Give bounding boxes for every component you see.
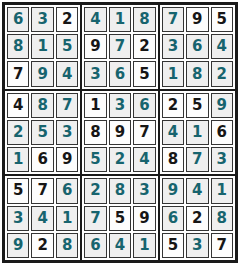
box-r2c1: 487253169 [5, 91, 80, 175]
cell-r8c3[interactable]: 1 [56, 206, 78, 231]
box-r1c1: 632815794 [5, 5, 80, 89]
cell-r9c8[interactable]: 3 [186, 233, 208, 258]
sudoku-page: 6328157944189723657953641824872531691368… [0, 0, 240, 265]
cell-r5c7[interactable]: 4 [162, 120, 184, 145]
cell-r2c5[interactable]: 7 [109, 34, 131, 59]
cell-r4c1[interactable]: 4 [7, 93, 29, 118]
cell-r1c1[interactable]: 6 [7, 7, 29, 32]
cell-r3c4[interactable]: 3 [84, 61, 106, 86]
cell-r8c4[interactable]: 7 [84, 206, 106, 231]
cell-r1c2[interactable]: 3 [31, 7, 53, 32]
cell-r1c4[interactable]: 4 [84, 7, 106, 32]
cell-r3c6[interactable]: 5 [133, 61, 155, 86]
cell-r6c2[interactable]: 6 [31, 147, 53, 172]
cell-r2c4[interactable]: 9 [84, 34, 106, 59]
cell-r5c5[interactable]: 9 [109, 120, 131, 145]
cell-r3c5[interactable]: 6 [109, 61, 131, 86]
cell-r7c4[interactable]: 2 [84, 178, 106, 203]
cell-r9c4[interactable]: 6 [84, 233, 106, 258]
cell-r5c9[interactable]: 6 [211, 120, 233, 145]
cell-r9c6[interactable]: 1 [133, 233, 155, 258]
box-r3c1: 576341928 [5, 176, 80, 260]
cell-r4c6[interactable]: 6 [133, 93, 155, 118]
cell-r6c9[interactable]: 3 [211, 147, 233, 172]
cell-r6c8[interactable]: 7 [186, 147, 208, 172]
box-r1c3: 795364182 [160, 5, 235, 89]
cell-r6c7[interactable]: 8 [162, 147, 184, 172]
box-r1c2: 418972365 [82, 5, 157, 89]
cell-r7c6[interactable]: 3 [133, 178, 155, 203]
cell-r9c7[interactable]: 5 [162, 233, 184, 258]
box-r2c3: 259416873 [160, 91, 235, 175]
cell-r7c5[interactable]: 8 [109, 178, 131, 203]
cell-r7c8[interactable]: 4 [186, 178, 208, 203]
cell-r4c5[interactable]: 3 [109, 93, 131, 118]
cell-r5c6[interactable]: 7 [133, 120, 155, 145]
cell-r6c6[interactable]: 4 [133, 147, 155, 172]
cell-r4c9[interactable]: 9 [211, 93, 233, 118]
sudoku-board: 6328157944189723657953641824872531691368… [2, 2, 238, 263]
cell-r5c2[interactable]: 5 [31, 120, 53, 145]
cell-r8c8[interactable]: 2 [186, 206, 208, 231]
box-r3c2: 283759641 [82, 176, 157, 260]
cell-r3c8[interactable]: 8 [186, 61, 208, 86]
cell-r3c9[interactable]: 2 [211, 61, 233, 86]
box-r3c3: 941628537 [160, 176, 235, 260]
cell-r4c2[interactable]: 8 [31, 93, 53, 118]
cell-r7c2[interactable]: 7 [31, 178, 53, 203]
cell-r7c9[interactable]: 1 [211, 178, 233, 203]
cell-r8c5[interactable]: 5 [109, 206, 131, 231]
cell-r7c3[interactable]: 6 [56, 178, 78, 203]
cell-r5c8[interactable]: 1 [186, 120, 208, 145]
cell-r6c1[interactable]: 1 [7, 147, 29, 172]
cell-r2c7[interactable]: 3 [162, 34, 184, 59]
cell-r8c1[interactable]: 3 [7, 206, 29, 231]
cell-r1c9[interactable]: 5 [211, 7, 233, 32]
cell-r4c8[interactable]: 5 [186, 93, 208, 118]
cell-r5c4[interactable]: 8 [84, 120, 106, 145]
cell-r2c9[interactable]: 4 [211, 34, 233, 59]
cell-r5c1[interactable]: 2 [7, 120, 29, 145]
cell-r9c5[interactable]: 4 [109, 233, 131, 258]
cell-r5c3[interactable]: 3 [56, 120, 78, 145]
cell-r9c9[interactable]: 7 [211, 233, 233, 258]
cell-r1c8[interactable]: 9 [186, 7, 208, 32]
cell-r8c6[interactable]: 9 [133, 206, 155, 231]
cell-r9c2[interactable]: 2 [31, 233, 53, 258]
cell-r2c3[interactable]: 5 [56, 34, 78, 59]
cell-r1c7[interactable]: 7 [162, 7, 184, 32]
cell-r8c2[interactable]: 4 [31, 206, 53, 231]
cell-r4c4[interactable]: 1 [84, 93, 106, 118]
cell-r6c4[interactable]: 5 [84, 147, 106, 172]
cell-r7c7[interactable]: 9 [162, 178, 184, 203]
cell-r4c3[interactable]: 7 [56, 93, 78, 118]
cell-r8c9[interactable]: 8 [211, 206, 233, 231]
cell-r1c3[interactable]: 2 [56, 7, 78, 32]
cell-r1c5[interactable]: 1 [109, 7, 131, 32]
cell-r2c6[interactable]: 2 [133, 34, 155, 59]
cell-r9c3[interactable]: 8 [56, 233, 78, 258]
cell-r2c1[interactable]: 8 [7, 34, 29, 59]
cell-r8c7[interactable]: 6 [162, 206, 184, 231]
cell-r2c8[interactable]: 6 [186, 34, 208, 59]
cell-r2c2[interactable]: 1 [31, 34, 53, 59]
cell-r3c3[interactable]: 4 [56, 61, 78, 86]
cell-r3c7[interactable]: 1 [162, 61, 184, 86]
cell-r6c5[interactable]: 2 [109, 147, 131, 172]
cell-r1c6[interactable]: 8 [133, 7, 155, 32]
cell-r4c7[interactable]: 2 [162, 93, 184, 118]
cell-r6c3[interactable]: 9 [56, 147, 78, 172]
cell-r3c2[interactable]: 9 [31, 61, 53, 86]
cell-r7c1[interactable]: 5 [7, 178, 29, 203]
cell-r3c1[interactable]: 7 [7, 61, 29, 86]
box-r2c2: 136897524 [82, 91, 157, 175]
cell-r9c1[interactable]: 9 [7, 233, 29, 258]
